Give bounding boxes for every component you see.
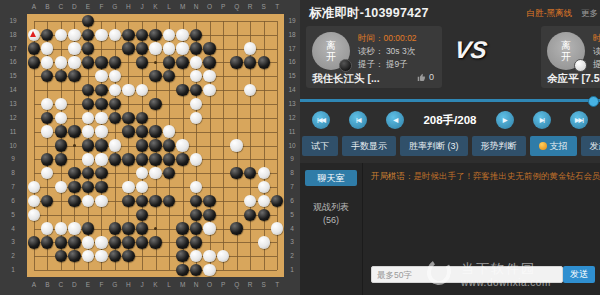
- black-stone-E19: [82, 15, 94, 27]
- white-stone-N9: [190, 153, 202, 165]
- coord-left-5: 5: [5, 211, 21, 219]
- white-stone-E2: [82, 250, 94, 262]
- black-stone-H4: [122, 222, 134, 234]
- black-stone-K9: [149, 153, 161, 165]
- coord-right-19: 19: [284, 17, 300, 25]
- winrate-judge-button[interactable]: 胜率判断 (3): [400, 136, 468, 156]
- coord-bottom-P: P: [216, 281, 230, 289]
- white-stone-O2: [203, 250, 215, 262]
- black-stone-N17: [190, 42, 202, 54]
- black-stone-E10: [82, 139, 94, 151]
- black-stone-E17: [82, 42, 94, 54]
- black-stone-G3: [109, 236, 121, 248]
- white-stone-J8: [136, 167, 148, 179]
- black-stone-H18: [122, 29, 134, 41]
- white-stone-A5: [28, 209, 40, 221]
- coord-right-16: 16: [284, 58, 300, 66]
- move-numbers-button[interactable]: 手数显示: [342, 136, 396, 156]
- white-stone-N7: [190, 181, 202, 193]
- coord-left-12: 12: [5, 114, 21, 122]
- white-stone-G10: [109, 139, 121, 151]
- black-stone-O6: [203, 195, 215, 207]
- black-time: 时间：00:00:02: [358, 32, 417, 45]
- black-stone-E16: [82, 56, 94, 68]
- coord-left-10: 10: [5, 142, 21, 150]
- black-stone-F13: [95, 98, 107, 110]
- black-stone-D11: [68, 125, 80, 137]
- white-stone-M18: [176, 29, 188, 41]
- white-stone-F3: [95, 236, 107, 248]
- coin-icon: [539, 142, 547, 150]
- black-stone-G4: [109, 222, 121, 234]
- spectator-count: (56): [305, 214, 357, 227]
- black-player-name[interactable]: 我住长江头 [...: [312, 72, 380, 86]
- coord-left-6: 6: [5, 197, 21, 205]
- chat-messages: 开局棋语：是时候出手了！弈客推出史无前例的黄金钻石会员福利 » 发送: [363, 163, 600, 295]
- black-stone-J11: [136, 125, 148, 137]
- coord-left-8: 8: [5, 169, 21, 177]
- black-stone-N1: [190, 264, 202, 276]
- black-stone-F7: [95, 181, 107, 193]
- black-stone-R8: [244, 167, 256, 179]
- white-stone-F9: [95, 153, 107, 165]
- white-stone-A7: [28, 181, 40, 193]
- black-stone-J3: [136, 236, 148, 248]
- white-stone-C13: [55, 98, 67, 110]
- white-stone-C7: [55, 181, 67, 193]
- star-point: [154, 227, 157, 230]
- coord-right-11: 11: [284, 128, 300, 136]
- black-stone-C11: [55, 125, 67, 137]
- coord-top-F: F: [94, 3, 108, 11]
- white-stone-B8: [41, 167, 53, 179]
- white-stone-R17: [244, 42, 256, 54]
- white-stone-D16: [68, 56, 80, 68]
- white-stone-H7: [122, 181, 134, 193]
- coord-right-13: 13: [284, 100, 300, 108]
- white-stone-S6: [258, 195, 270, 207]
- black-stone-K15: [149, 70, 161, 82]
- coord-bottom-A: A: [27, 281, 41, 289]
- white-stone-G18: [109, 29, 121, 41]
- black-stone-E7: [82, 181, 94, 193]
- black-stone-E8: [82, 167, 94, 179]
- black-stone-J18: [136, 29, 148, 41]
- coord-bottom-D: D: [67, 281, 81, 289]
- coord-top-T: T: [270, 3, 284, 11]
- coord-bottom-G: G: [108, 281, 122, 289]
- white-stone-F6: [95, 195, 107, 207]
- white-stone-K17: [149, 42, 161, 54]
- coord-top-L: L: [162, 3, 176, 11]
- coord-top-H: H: [121, 3, 135, 11]
- black-stone-K13: [149, 98, 161, 110]
- tab-chatroom[interactable]: 聊天室: [305, 170, 357, 186]
- progress-handle[interactable]: [588, 96, 599, 107]
- black-stone-M1: [176, 264, 188, 276]
- white-time: 时间：00:01:53: [593, 32, 600, 45]
- white-stone-N13: [190, 98, 202, 110]
- nav-forward-one-button[interactable]: ▶: [496, 111, 514, 129]
- white-stone-S8: [258, 167, 270, 179]
- chat-panel: 聊天室 观战列表 (56) 开局棋语：是时候出手了！弈客推出史无前例的黄金钻石会…: [300, 163, 600, 295]
- black-stone-M9: [176, 153, 188, 165]
- black-stone-J9: [136, 153, 148, 165]
- coord-top-S: S: [257, 3, 271, 11]
- black-stone-K3: [149, 236, 161, 248]
- coord-top-J: J: [135, 3, 149, 11]
- game-title: 标准即时-103997427: [309, 5, 429, 22]
- black-stone-J17: [136, 42, 148, 54]
- white-stone-P2: [217, 250, 229, 262]
- white-stone-O15: [203, 70, 215, 82]
- black-stone-L6: [163, 195, 175, 207]
- black-stone-F10: [95, 139, 107, 151]
- black-stone-E18: [82, 29, 94, 41]
- coord-top-B: B: [40, 3, 54, 11]
- send-button[interactable]: 发送: [563, 266, 595, 283]
- coord-top-G: G: [108, 3, 122, 11]
- coord-left-7: 7: [5, 183, 21, 191]
- coord-bottom-B: B: [40, 281, 54, 289]
- white-stone-O1: [203, 264, 215, 276]
- black-stone-B3: [41, 236, 53, 248]
- black-stone-T6: [271, 195, 283, 207]
- black-stone-N4: [190, 222, 202, 234]
- white-stone-H14: [122, 84, 134, 96]
- coord-top-P: P: [216, 3, 230, 11]
- black-stone-E14: [82, 84, 94, 96]
- coord-top-Q: Q: [230, 3, 244, 11]
- black-stone-H12: [122, 112, 134, 124]
- white-stone-N12: [190, 112, 202, 124]
- vs-label: VS: [441, 36, 501, 64]
- black-stone-J4: [136, 222, 148, 234]
- coord-left-15: 15: [5, 72, 21, 80]
- white-stone-G15: [109, 70, 121, 82]
- black-stone-J12: [136, 112, 148, 124]
- coord-right-14: 14: [284, 86, 300, 94]
- black-stone-G9: [109, 153, 121, 165]
- move-navigation: |◀◀|◀◀208手/208▶▶|▶▶|: [300, 108, 600, 132]
- black-stone-J10: [136, 139, 148, 151]
- white-stone-R6: [244, 195, 256, 207]
- black-stone-F8: [95, 167, 107, 179]
- black-stone-C10: [55, 139, 67, 151]
- white-stone-icon: [574, 59, 587, 72]
- nav-back-one-button[interactable]: ◀: [386, 111, 404, 129]
- black-stone-H6: [122, 195, 134, 207]
- white-stone-F2: [95, 250, 107, 262]
- black-stone-Q4: [230, 222, 242, 234]
- coord-right-1: 1: [284, 266, 300, 274]
- coord-left-19: 19: [5, 17, 21, 25]
- game-progress-bar[interactable]: [300, 99, 600, 102]
- black-stone-S5: [258, 209, 270, 221]
- coord-bottom-Q: Q: [230, 281, 244, 289]
- white-stone-B16: [41, 56, 53, 68]
- coord-left-13: 13: [5, 100, 21, 108]
- coord-left-18: 18: [5, 31, 21, 39]
- coord-left-3: 3: [5, 238, 21, 246]
- white-stone-A6: [28, 195, 40, 207]
- coord-top-E: E: [81, 3, 95, 11]
- coord-right-2: 2: [284, 252, 300, 260]
- black-stone-H2: [122, 250, 134, 262]
- black-stone-F16: [95, 56, 107, 68]
- coord-right-7: 7: [284, 183, 300, 191]
- move-counter: 208手/208: [423, 113, 476, 128]
- black-stone-D6: [68, 195, 80, 207]
- coord-top-C: C: [54, 3, 68, 11]
- coord-right-3: 3: [284, 238, 300, 246]
- black-stone-R5: [244, 209, 256, 221]
- white-stone-C16: [55, 56, 67, 68]
- coord-top-D: D: [67, 3, 81, 11]
- white-stone-C18: [55, 29, 67, 41]
- coord-bottom-M: M: [176, 281, 190, 289]
- coord-left-14: 14: [5, 86, 21, 94]
- black-byoyomi: 读秒： 30s 3次: [358, 45, 417, 58]
- black-stone-H11: [122, 125, 134, 137]
- black-stone-N18: [190, 29, 202, 41]
- nav-jump-end-button[interactable]: ▶▶|: [570, 111, 588, 129]
- chat-message: 开局棋语：是时候出手了！弈客推出史无前例的黄金钻石会员福利 »: [371, 171, 600, 183]
- black-player-card[interactable]: 离开 时间：00:00:02 读秒： 30s 3次 提子： 提9子 我住长江头 …: [306, 26, 442, 88]
- black-stone-O17: [203, 42, 215, 54]
- white-stone-E3: [82, 236, 94, 248]
- black-stone-D3: [68, 236, 80, 248]
- black-stone-R16: [244, 56, 256, 68]
- white-stone-O14: [203, 84, 215, 96]
- white-stone-B13: [41, 98, 53, 110]
- coord-left-9: 9: [5, 155, 21, 163]
- white-byoyomi: 读秒： 30s 3次: [593, 45, 600, 58]
- black-stone-E4: [82, 222, 94, 234]
- black-stone-J6: [136, 195, 148, 207]
- black-stone-K18: [149, 29, 161, 41]
- black-stone-S16: [258, 56, 270, 68]
- black-stone-Q8: [230, 167, 242, 179]
- black-stone-E13: [82, 98, 94, 110]
- go-board[interactable]: [27, 14, 284, 277]
- try-move-button[interactable]: 试下: [302, 136, 338, 156]
- black-stone-M4: [176, 222, 188, 234]
- black-stone-G2: [109, 250, 121, 262]
- black-stone-J16: [136, 56, 148, 68]
- coord-top-K: K: [149, 3, 163, 11]
- white-stone-D17: [68, 42, 80, 54]
- white-stone-C4: [55, 222, 67, 234]
- coord-bottom-E: E: [81, 281, 95, 289]
- white-player-name[interactable]: 余应平 [7.5D]: [547, 72, 600, 86]
- black-stone-A16: [28, 56, 40, 68]
- black-stone-J5: [136, 209, 148, 221]
- black-stone-O16: [203, 56, 215, 68]
- nav-back-ten-button[interactable]: |◀: [349, 111, 367, 129]
- black-stone-L15: [163, 70, 175, 82]
- coord-right-5: 5: [284, 211, 300, 219]
- black-stone-H3: [122, 236, 134, 248]
- black-stone-M16: [176, 56, 188, 68]
- white-stone-B4: [41, 222, 53, 234]
- black-stone-H17: [122, 42, 134, 54]
- black-stone-K10: [149, 139, 161, 151]
- coord-bottom-C: C: [54, 281, 68, 289]
- white-stone-T4: [271, 222, 283, 234]
- white-stone-C12: [55, 112, 67, 124]
- white-stone-E11: [82, 125, 94, 137]
- white-stone-S3: [258, 236, 270, 248]
- black-stone-A17: [28, 42, 40, 54]
- coord-right-4: 4: [284, 225, 300, 233]
- black-captures: 提子： 提9子: [358, 58, 417, 71]
- black-stone-D7: [68, 181, 80, 193]
- coord-bottom-R: R: [243, 281, 257, 289]
- nav-forward-ten-button[interactable]: ▶|: [533, 111, 551, 129]
- coord-bottom-O: O: [203, 281, 217, 289]
- go-game-window: AA1919BB1818CC1717DD1616EE1515FF1414GG13…: [0, 0, 600, 295]
- tab-spectator-list[interactable]: 观战列表 (56): [305, 201, 357, 227]
- coord-right-17: 17: [284, 45, 300, 53]
- black-stone-B15: [41, 70, 53, 82]
- black-stone-L9: [163, 153, 175, 165]
- black-stone-K11: [149, 125, 161, 137]
- coord-left-2: 2: [5, 252, 21, 260]
- coord-top-O: O: [203, 3, 217, 11]
- coord-top-M: M: [176, 3, 190, 11]
- white-stone-J7: [136, 181, 148, 193]
- white-stone-D4: [68, 222, 80, 234]
- coord-left-16: 16: [5, 58, 21, 66]
- black-stone-C2: [55, 250, 67, 262]
- coord-bottom-F: F: [94, 281, 108, 289]
- black-stone-D15: [68, 70, 80, 82]
- coord-bottom-L: L: [162, 281, 176, 289]
- chat-input[interactable]: [371, 266, 563, 283]
- white-stone-N16: [190, 56, 202, 68]
- coord-bottom-K: K: [149, 281, 163, 289]
- black-stone-M14: [176, 84, 188, 96]
- black-stone-B6: [41, 195, 53, 207]
- black-stone-C9: [55, 153, 67, 165]
- coord-bottom-N: N: [189, 281, 203, 289]
- white-stone-A18: [28, 29, 40, 41]
- star-point: [73, 144, 76, 147]
- black-stone-Q16: [230, 56, 242, 68]
- black-stone-A3: [28, 236, 40, 248]
- coord-top-R: R: [243, 3, 257, 11]
- white-stone-J14: [136, 84, 148, 96]
- white-stone-N2: [190, 250, 202, 262]
- board-area: AA1919BB1818CC1717DD1616EE1515FF1414GG13…: [0, 0, 300, 295]
- white-captures: 提子： 提13子: [593, 58, 600, 71]
- white-stone-F12: [95, 112, 107, 124]
- coord-bottom-T: T: [270, 281, 284, 289]
- white-stone-G14: [109, 84, 121, 96]
- white-stone-E6: [82, 195, 94, 207]
- black-stone-D2: [68, 250, 80, 262]
- white-stone-B17: [41, 42, 53, 54]
- coord-bottom-H: H: [121, 281, 135, 289]
- white-stone-K8: [149, 167, 161, 179]
- white-stone-L17: [163, 42, 175, 54]
- black-stone-L16: [163, 56, 175, 68]
- white-stone-L18: [163, 29, 175, 41]
- black-stone-M3: [176, 236, 188, 248]
- black-stone-N6: [190, 195, 202, 207]
- position-judge-button[interactable]: 形势判断: [472, 136, 526, 156]
- black-stone-C3: [55, 236, 67, 248]
- black-stone-M2: [176, 250, 188, 262]
- white-stone-B11: [41, 125, 53, 137]
- coord-left-11: 11: [5, 128, 21, 136]
- white-stone-Q10: [230, 139, 242, 151]
- coord-bottom-J: J: [135, 281, 149, 289]
- coord-top-A: A: [27, 3, 41, 11]
- black-stone-C15: [55, 70, 67, 82]
- star-point: [154, 61, 157, 64]
- white-stone-D18: [68, 29, 80, 41]
- white-stone-L11: [163, 125, 175, 137]
- black-stone-O5: [203, 209, 215, 221]
- white-stone-S7: [258, 181, 270, 193]
- game-info-panel: 标准即时-103997427 白胜-黑离线 更多 离开 时间：00:00:02 …: [300, 0, 600, 295]
- white-stone-O4: [203, 222, 215, 234]
- white-stone-N15: [190, 70, 202, 82]
- white-player-card[interactable]: 离开 时间：00:01:53 读秒： 30s 3次 提子： 提13子 余应平 […: [541, 26, 600, 88]
- black-stone-B12: [41, 112, 53, 124]
- coord-right-10: 10: [284, 142, 300, 150]
- nav-jump-start-button[interactable]: |◀◀: [312, 111, 330, 129]
- game-result: 白胜-黑离线: [527, 8, 572, 20]
- tool-buttons: 试下手数显示胜率判断 (3)形势判断支招发起申诉: [302, 136, 600, 158]
- more-link[interactable]: 更多: [581, 8, 598, 20]
- black-likes[interactable]: 0: [417, 72, 434, 82]
- coord-right-9: 9: [284, 155, 300, 163]
- coord-left-1: 1: [5, 266, 21, 274]
- black-stone-H9: [122, 153, 134, 165]
- white-stone-M17: [176, 42, 188, 54]
- white-stone-E9: [82, 153, 94, 165]
- white-stone-F15: [95, 70, 107, 82]
- coord-right-8: 8: [284, 169, 300, 177]
- black-stone-D8: [68, 167, 80, 179]
- hint-button[interactable]: 支招: [530, 136, 577, 156]
- coord-right-18: 18: [284, 31, 300, 39]
- appeal-button[interactable]: 发起申诉: [581, 136, 600, 156]
- coord-right-6: 6: [284, 197, 300, 205]
- coord-right-12: 12: [284, 114, 300, 122]
- black-stone-G12: [109, 112, 121, 124]
- last-move-marker: [30, 31, 36, 37]
- white-stone-F11: [95, 125, 107, 137]
- black-stone-K6: [149, 195, 161, 207]
- black-stone-F14: [95, 84, 107, 96]
- black-stone-N3: [190, 236, 202, 248]
- black-stone-N14: [190, 84, 202, 96]
- white-stone-F18: [95, 29, 107, 41]
- white-stone-E12: [82, 112, 94, 124]
- black-stone-B9: [41, 153, 53, 165]
- black-stone-N5: [190, 209, 202, 221]
- coord-left-4: 4: [5, 225, 21, 233]
- white-stone-R14: [244, 84, 256, 96]
- black-stone-G16: [109, 56, 121, 68]
- black-stone-L8: [163, 167, 175, 179]
- black-stone-G13: [109, 98, 121, 110]
- black-stone-icon: [339, 59, 352, 72]
